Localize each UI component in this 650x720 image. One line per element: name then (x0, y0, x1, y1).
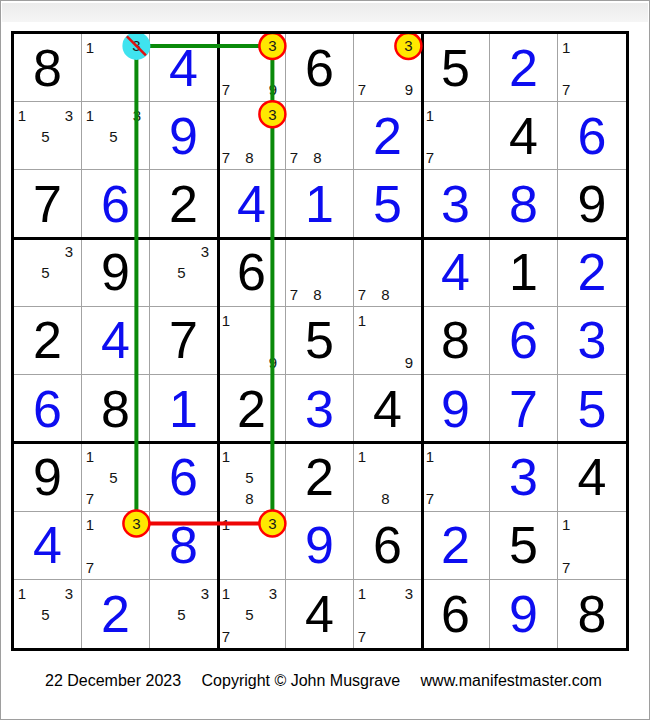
candidate-3: 3 (201, 244, 209, 259)
cell-value: 3 (558, 307, 626, 374)
candidate-3: 3 (269, 585, 277, 600)
cell-r9c2[interactable]: 2 (82, 580, 150, 648)
cell-value: 8 (422, 307, 489, 374)
cell-r2c6[interactable]: 2 (354, 102, 422, 170)
cell-r3c2[interactable]: 6 (82, 170, 150, 238)
candidate-3: 3 (133, 107, 141, 122)
candidate-7: 7 (358, 628, 366, 643)
footer-date: 22 December 2023 (45, 672, 181, 689)
candidate-5: 5 (245, 469, 253, 484)
candidate-7: 7 (222, 150, 230, 165)
cell-r1c5[interactable]: 6 (286, 34, 354, 102)
cell-r8c4[interactable]: 1 (218, 512, 286, 580)
cell-r1c6[interactable]: 79 (354, 34, 422, 102)
cell-r9c3[interactable]: 35 (150, 580, 218, 648)
candidate-3: 3 (65, 107, 73, 122)
footer: 22 December 2023 Copyright © John Musgra… (45, 672, 602, 690)
box-divider-horizontal-2 (14, 441, 626, 444)
cell-value: 2 (218, 375, 285, 442)
cell-r4c3[interactable]: 35 (150, 239, 218, 307)
cell-r7c9[interactable]: 4 (558, 443, 626, 511)
cell-r6c6[interactable]: 4 (354, 375, 422, 443)
cell-r5c6[interactable]: 19 (354, 307, 422, 375)
cell-r3c6[interactable]: 5 (354, 170, 422, 238)
candidate-1: 1 (562, 39, 570, 54)
cell-r3c9[interactable]: 9 (558, 170, 626, 238)
candidate-7: 7 (290, 150, 298, 165)
cell-value: 6 (150, 443, 217, 510)
cell-r1c4[interactable]: 79 (218, 34, 286, 102)
cell-value: 4 (490, 102, 557, 169)
cell-value: 9 (150, 102, 217, 169)
cell-value: 7 (150, 307, 217, 374)
candidate-9: 9 (269, 82, 277, 97)
box-divider-horizontal-1 (14, 237, 626, 240)
cell-value: 4 (422, 239, 489, 306)
candidate-7: 7 (86, 559, 94, 574)
cell-r7c3[interactable]: 6 (150, 443, 218, 511)
candidate-1: 1 (222, 312, 230, 327)
cell-r2c4[interactable]: 78 (218, 102, 286, 170)
candidate-8: 8 (313, 150, 321, 165)
cell-value: 6 (218, 239, 285, 306)
cell-r9c4[interactable]: 1357 (218, 580, 286, 648)
candidate-1: 1 (426, 449, 434, 464)
cell-r8c9[interactable]: 17 (558, 512, 626, 580)
candidate-1: 1 (18, 585, 26, 600)
cell-value: 2 (558, 239, 626, 306)
candidate-8: 8 (313, 286, 321, 301)
cell-r7c6[interactable]: 18 (354, 443, 422, 511)
candidate-5: 5 (177, 265, 185, 280)
cell-r2c8[interactable]: 4 (490, 102, 558, 170)
cell-value: 6 (82, 170, 149, 237)
cell-value: 6 (422, 580, 489, 648)
candidate-7: 7 (426, 150, 434, 165)
cell-r8c2[interactable]: 17 (82, 512, 150, 580)
cell-r3c7[interactable]: 3 (422, 170, 490, 238)
cell-r4c9[interactable]: 2 (558, 239, 626, 307)
candidate-7: 7 (358, 286, 366, 301)
candidate-1: 1 (86, 107, 94, 122)
cell-value: 4 (286, 580, 353, 648)
cell-value: 9 (14, 443, 81, 510)
cell-value: 4 (354, 375, 421, 442)
box-divider-vertical-1 (217, 34, 220, 648)
cell-value: 9 (286, 512, 353, 579)
cell-r9c7[interactable]: 6 (422, 580, 490, 648)
sudoku-grid: 8147967952171351359787821746762415389359… (14, 34, 626, 648)
candidate-1: 1 (358, 312, 366, 327)
cell-value: 5 (422, 34, 489, 101)
cell-value: 4 (14, 512, 81, 579)
candidate-5: 5 (109, 128, 117, 143)
cell-value: 3 (422, 170, 489, 237)
cell-value: 6 (490, 307, 557, 374)
page-container: 8147967952171351359787821746762415389359… (0, 0, 650, 720)
candidate-5: 5 (41, 128, 49, 143)
cell-r5c8[interactable]: 6 (490, 307, 558, 375)
cell-r4c8[interactable]: 1 (490, 239, 558, 307)
cell-value: 6 (14, 375, 81, 442)
footer-copyright: Copyright © John Musgrave (202, 672, 401, 689)
cell-r2c3[interactable]: 9 (150, 102, 218, 170)
box-divider-vertical-2 (421, 34, 424, 648)
cell-value: 2 (490, 34, 557, 101)
cell-value: 2 (82, 580, 149, 648)
cell-r5c3[interactable]: 7 (150, 307, 218, 375)
cell-value: 9 (422, 375, 489, 442)
cell-r5c9[interactable]: 3 (558, 307, 626, 375)
candidate-5: 5 (177, 606, 185, 621)
candidate-7: 7 (222, 628, 230, 643)
cell-r2c9[interactable]: 6 (558, 102, 626, 170)
cell-r7c7[interactable]: 17 (422, 443, 490, 511)
cell-r4c4[interactable]: 6 (218, 239, 286, 307)
candidate-7: 7 (426, 491, 434, 506)
candidate-5: 5 (109, 469, 117, 484)
cell-value: 1 (286, 170, 353, 237)
cell-value: 2 (14, 307, 81, 374)
cell-r3c8[interactable]: 8 (490, 170, 558, 238)
cell-r6c5[interactable]: 3 (286, 375, 354, 443)
cell-r3c5[interactable]: 1 (286, 170, 354, 238)
cell-value: 2 (286, 443, 353, 510)
candidate-7: 7 (358, 82, 366, 97)
candidate-3: 3 (201, 585, 209, 600)
cell-value: 2 (354, 102, 421, 169)
cell-value: 8 (150, 512, 217, 579)
cell-value: 6 (354, 512, 421, 579)
cell-r1c7[interactable]: 5 (422, 34, 490, 102)
cell-value: 8 (558, 580, 626, 648)
candidate-1: 1 (222, 585, 230, 600)
candidate-1: 1 (222, 449, 230, 464)
candidate-1: 1 (86, 517, 94, 532)
candidate-1: 1 (426, 107, 434, 122)
cell-r2c2[interactable]: 135 (82, 102, 150, 170)
cell-r8c6[interactable]: 6 (354, 512, 422, 580)
cell-value: 6 (286, 34, 353, 101)
cell-r1c3[interactable]: 4 (150, 34, 218, 102)
cell-value: 4 (218, 170, 285, 237)
cell-r1c1[interactable]: 8 (14, 34, 82, 102)
cell-value: 2 (150, 170, 217, 237)
cell-value: 4 (150, 34, 217, 101)
cell-r7c1[interactable]: 9 (14, 443, 82, 511)
cell-r5c7[interactable]: 8 (422, 307, 490, 375)
cell-r9c5[interactable]: 4 (286, 580, 354, 648)
cell-value: 9 (82, 239, 149, 306)
cell-r5c2[interactable]: 4 (82, 307, 150, 375)
cell-value: 8 (490, 170, 557, 237)
cell-r1c9[interactable]: 17 (558, 34, 626, 102)
cell-r6c2[interactable]: 8 (82, 375, 150, 443)
cell-r6c1[interactable]: 6 (14, 375, 82, 443)
cell-value: 5 (354, 170, 421, 237)
cell-r4c6[interactable]: 78 (354, 239, 422, 307)
cell-r8c5[interactable]: 9 (286, 512, 354, 580)
cell-value: 5 (286, 307, 353, 374)
cell-r8c7[interactable]: 2 (422, 512, 490, 580)
cell-value: 3 (286, 375, 353, 442)
cell-r6c9[interactable]: 5 (558, 375, 626, 443)
candidate-1: 1 (358, 449, 366, 464)
cell-r2c7[interactable]: 17 (422, 102, 490, 170)
candidate-8: 8 (245, 491, 253, 506)
window-top-bar (2, 3, 648, 22)
cell-value: 4 (558, 443, 626, 510)
cell-r2c1[interactable]: 135 (14, 102, 82, 170)
candidate-9: 9 (405, 82, 413, 97)
candidate-7: 7 (290, 286, 298, 301)
cell-r5c5[interactable]: 5 (286, 307, 354, 375)
candidate-3: 3 (65, 244, 73, 259)
candidate-7: 7 (562, 82, 570, 97)
cell-value: 7 (490, 375, 557, 442)
cell-r9c6[interactable]: 137 (354, 580, 422, 648)
cell-r7c2[interactable]: 157 (82, 443, 150, 511)
candidate-5: 5 (41, 265, 49, 280)
candidate-3: 3 (405, 585, 413, 600)
cell-value: 8 (82, 375, 149, 442)
cell-value: 9 (490, 580, 557, 648)
cell-r6c4[interactable]: 2 (218, 375, 286, 443)
candidate-1: 1 (86, 39, 94, 54)
candidate-8: 8 (245, 150, 253, 165)
candidate-1: 1 (562, 517, 570, 532)
candidate-1: 1 (18, 107, 26, 122)
cell-r4c5[interactable]: 78 (286, 239, 354, 307)
candidate-8: 8 (381, 286, 389, 301)
candidate-1: 1 (86, 449, 94, 464)
footer-website: www.manifestmaster.com (421, 672, 602, 689)
cell-r4c1[interactable]: 35 (14, 239, 82, 307)
cell-value: 1 (150, 375, 217, 442)
cell-r9c9[interactable]: 8 (558, 580, 626, 648)
cell-r6c7[interactable]: 9 (422, 375, 490, 443)
cell-value: 8 (14, 34, 81, 101)
cell-value: 6 (558, 102, 626, 169)
cell-r3c1[interactable]: 7 (14, 170, 82, 238)
cell-r7c5[interactable]: 2 (286, 443, 354, 511)
candidate-7: 7 (562, 559, 570, 574)
cell-r1c8[interactable]: 2 (490, 34, 558, 102)
cell-r6c8[interactable]: 7 (490, 375, 558, 443)
candidate-1: 1 (358, 585, 366, 600)
cell-r4c7[interactable]: 4 (422, 239, 490, 307)
cell-r8c1[interactable]: 4 (14, 512, 82, 580)
cell-r8c3[interactable]: 8 (150, 512, 218, 580)
candidate-8: 8 (381, 491, 389, 506)
cell-value: 1 (490, 239, 557, 306)
cell-r8c8[interactable]: 5 (490, 512, 558, 580)
candidate-9: 9 (269, 355, 277, 370)
cell-value: 5 (490, 512, 557, 579)
candidate-1: 1 (222, 517, 230, 532)
candidate-5: 5 (245, 606, 253, 621)
cell-value: 7 (14, 170, 81, 237)
cell-r7c4[interactable]: 158 (218, 443, 286, 511)
cell-r7c8[interactable]: 3 (490, 443, 558, 511)
candidate-3: 3 (65, 585, 73, 600)
cell-r9c1[interactable]: 135 (14, 580, 82, 648)
cell-value: 2 (422, 512, 489, 579)
sudoku-board: 8147967952171351359787821746762415389359… (11, 31, 629, 651)
cell-value: 3 (490, 443, 557, 510)
candidate-9: 9 (405, 355, 413, 370)
candidate-7: 7 (222, 82, 230, 97)
cell-value: 9 (558, 170, 626, 237)
cell-r5c1[interactable]: 2 (14, 307, 82, 375)
cell-value: 4 (82, 307, 149, 374)
candidate-5: 5 (41, 606, 49, 621)
cell-r9c8[interactable]: 9 (490, 580, 558, 648)
cell-r3c4[interactable]: 4 (218, 170, 286, 238)
cell-r2c5[interactable]: 78 (286, 102, 354, 170)
cell-r5c4[interactable]: 19 (218, 307, 286, 375)
cell-r3c3[interactable]: 2 (150, 170, 218, 238)
cell-r1c2[interactable]: 1 (82, 34, 150, 102)
candidate-7: 7 (86, 491, 94, 506)
cell-value: 5 (558, 375, 626, 442)
cell-r4c2[interactable]: 9 (82, 239, 150, 307)
cell-r6c3[interactable]: 1 (150, 375, 218, 443)
